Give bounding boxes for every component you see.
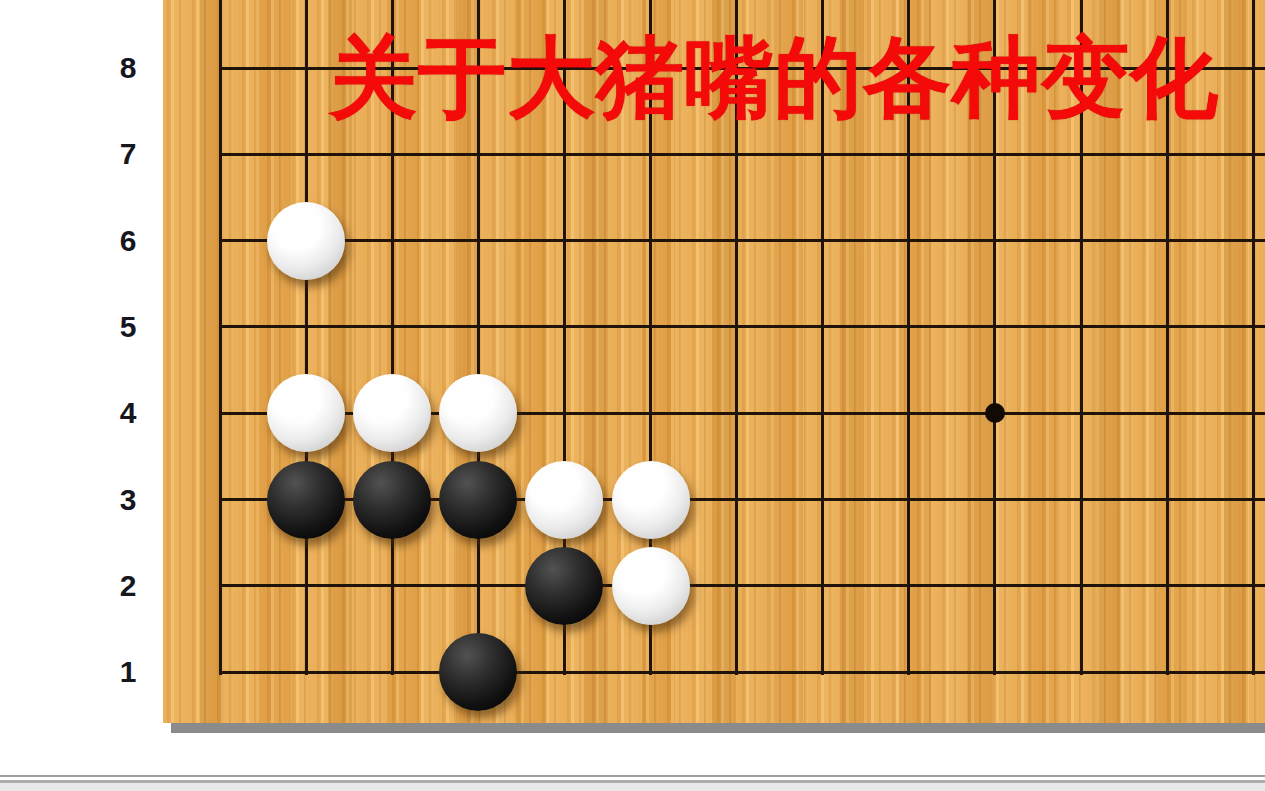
row-label-8: 8 [102,51,154,85]
grid-line-5 [219,325,1265,328]
star-point-K4 [985,403,1005,423]
row-label-4: 4 [102,396,154,430]
board-title: 关于大猪嘴的各种变化 [274,28,1265,128]
black-stone-C3 [353,461,431,539]
black-stone-B3 [267,461,345,539]
grid-line-1 [219,671,1265,674]
white-stone-B4 [267,374,345,452]
white-stone-C4 [353,374,431,452]
grid-line-7 [219,153,1265,156]
board-drop-shadow [171,723,1265,733]
grid-line-A [219,0,222,675]
row-label-6: 6 [102,224,154,258]
grid-line-2 [219,584,1265,587]
row-label-3: 3 [102,483,154,517]
white-stone-F2 [612,547,690,625]
go-diagram-page: 87654321ABCDEFGHJKLMN 关于大猪嘴的各种变化 [0,0,1265,791]
white-stone-B6 [267,202,345,280]
row-label-5: 5 [102,310,154,344]
white-stone-D4 [439,374,517,452]
black-stone-D3 [439,461,517,539]
white-stone-F3 [612,461,690,539]
row-label-1: 1 [102,655,154,689]
black-stone-E2 [525,547,603,625]
black-stone-D1 [439,633,517,711]
white-stone-E3 [525,461,603,539]
coordinate-label-band [0,733,1265,775]
row-label-2: 2 [102,569,154,603]
row-label-7: 7 [102,137,154,171]
grid-line-6 [219,239,1265,242]
bottom-edge-band [0,783,1265,791]
